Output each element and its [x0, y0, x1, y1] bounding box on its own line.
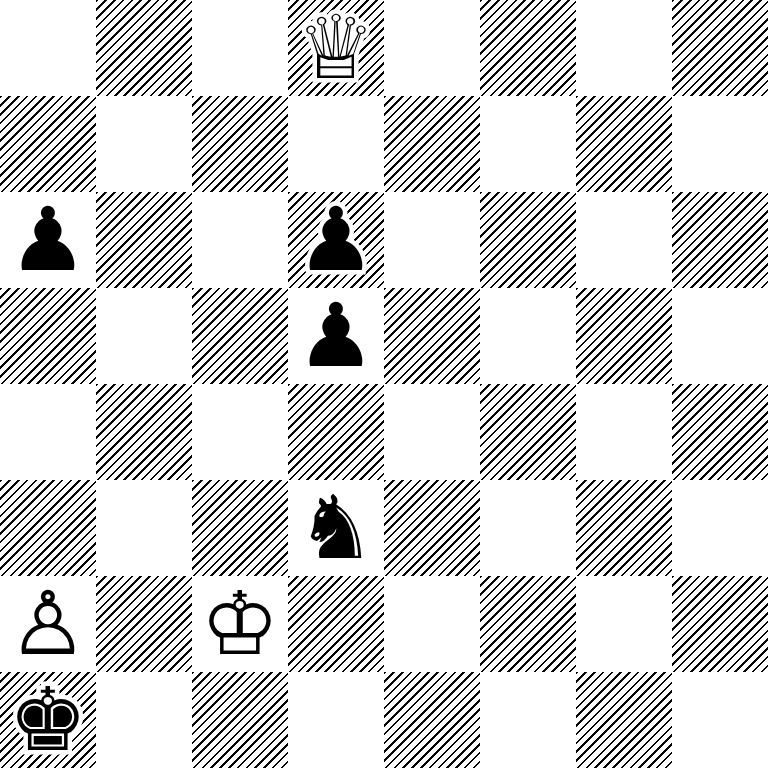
square-c5[interactable] [192, 288, 288, 384]
square-b8[interactable] [96, 0, 192, 96]
black-pawn-halo: ♟ [288, 288, 384, 384]
square-g5[interactable] [576, 288, 672, 384]
square-f4[interactable] [480, 384, 576, 480]
square-b7[interactable] [96, 96, 192, 192]
square-e2[interactable] [384, 576, 480, 672]
white-king-glyph: ♔ [192, 576, 288, 672]
square-h7[interactable] [672, 96, 768, 192]
square-d8[interactable]: ♛♕ [288, 0, 384, 96]
square-a2[interactable]: ♟♙ [0, 576, 96, 672]
square-f6[interactable] [480, 192, 576, 288]
square-g3[interactable] [576, 480, 672, 576]
square-c2[interactable]: ♚♔ [192, 576, 288, 672]
square-d6[interactable]: ♟♟ [288, 192, 384, 288]
square-b6[interactable] [96, 192, 192, 288]
white-queen-halo: ♛ [288, 0, 384, 96]
white-pawn-piece: ♟♙ [0, 576, 96, 672]
black-pawn-piece: ♟♟ [288, 288, 384, 384]
white-king-halo: ♚ [192, 576, 288, 672]
square-a3[interactable] [0, 480, 96, 576]
square-a8[interactable] [0, 0, 96, 96]
black-pawn-glyph: ♟ [0, 192, 96, 288]
square-c4[interactable] [192, 384, 288, 480]
square-h6[interactable] [672, 192, 768, 288]
black-knight-glyph: ♞ [288, 480, 384, 576]
square-a1[interactable]: ♚♚ [0, 672, 96, 768]
square-f3[interactable] [480, 480, 576, 576]
square-b2[interactable] [96, 576, 192, 672]
square-f8[interactable] [480, 0, 576, 96]
square-h1[interactable] [672, 672, 768, 768]
square-g8[interactable] [576, 0, 672, 96]
square-c1[interactable] [192, 672, 288, 768]
square-e1[interactable] [384, 672, 480, 768]
black-pawn-piece: ♟♟ [0, 192, 96, 288]
black-pawn-halo: ♟ [0, 192, 96, 288]
square-h3[interactable] [672, 480, 768, 576]
black-pawn-glyph: ♟ [288, 192, 384, 288]
square-d7[interactable] [288, 96, 384, 192]
square-g6[interactable] [576, 192, 672, 288]
square-e6[interactable] [384, 192, 480, 288]
square-f7[interactable] [480, 96, 576, 192]
square-a6[interactable]: ♟♟ [0, 192, 96, 288]
square-e4[interactable] [384, 384, 480, 480]
square-g1[interactable] [576, 672, 672, 768]
square-d5[interactable]: ♟♟ [288, 288, 384, 384]
square-d4[interactable] [288, 384, 384, 480]
chessboard: ♛♕♟♟♟♟♟♟♞♞♟♙♚♔♚♚ [0, 0, 768, 768]
square-f1[interactable] [480, 672, 576, 768]
square-g7[interactable] [576, 96, 672, 192]
square-e8[interactable] [384, 0, 480, 96]
white-pawn-glyph: ♙ [0, 576, 96, 672]
black-pawn-glyph: ♟ [288, 288, 384, 384]
square-a7[interactable] [0, 96, 96, 192]
square-f5[interactable] [480, 288, 576, 384]
square-a5[interactable] [0, 288, 96, 384]
white-queen-piece: ♛♕ [288, 0, 384, 96]
square-c3[interactable] [192, 480, 288, 576]
square-g4[interactable] [576, 384, 672, 480]
black-king-halo: ♚ [0, 672, 96, 768]
black-pawn-halo: ♟ [288, 192, 384, 288]
square-h8[interactable] [672, 0, 768, 96]
white-pawn-halo: ♟ [0, 576, 96, 672]
square-c8[interactable] [192, 0, 288, 96]
square-h4[interactable] [672, 384, 768, 480]
square-g2[interactable] [576, 576, 672, 672]
black-king-glyph: ♚ [0, 672, 96, 768]
square-h5[interactable] [672, 288, 768, 384]
square-e7[interactable] [384, 96, 480, 192]
square-b1[interactable] [96, 672, 192, 768]
black-knight-piece: ♞♞ [288, 480, 384, 576]
white-queen-glyph: ♕ [288, 0, 384, 96]
square-h2[interactable] [672, 576, 768, 672]
square-b3[interactable] [96, 480, 192, 576]
black-knight-halo: ♞ [288, 480, 384, 576]
square-e5[interactable] [384, 288, 480, 384]
square-c7[interactable] [192, 96, 288, 192]
square-a4[interactable] [0, 384, 96, 480]
square-d3[interactable]: ♞♞ [288, 480, 384, 576]
white-king-piece: ♚♔ [192, 576, 288, 672]
black-king-piece: ♚♚ [0, 672, 96, 768]
square-d1[interactable] [288, 672, 384, 768]
square-f2[interactable] [480, 576, 576, 672]
square-c6[interactable] [192, 192, 288, 288]
square-e3[interactable] [384, 480, 480, 576]
square-b5[interactable] [96, 288, 192, 384]
black-pawn-piece: ♟♟ [288, 192, 384, 288]
square-b4[interactable] [96, 384, 192, 480]
square-d2[interactable] [288, 576, 384, 672]
